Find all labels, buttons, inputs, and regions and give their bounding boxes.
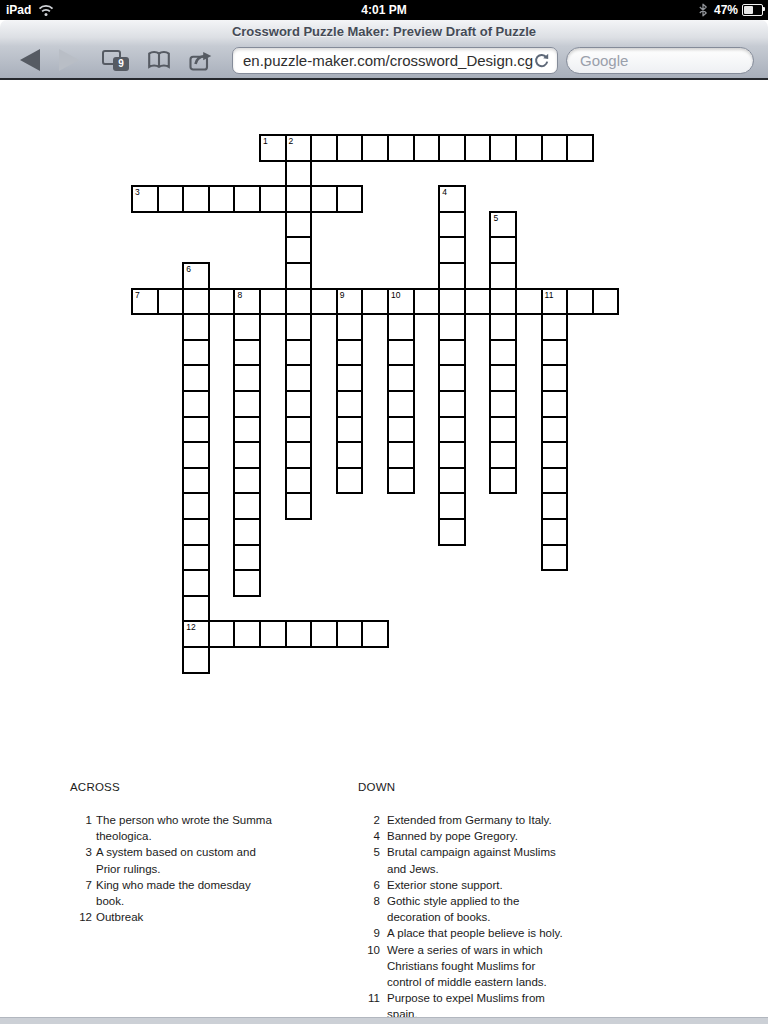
clue-line: and Jews. [387,861,556,877]
ipad-safari-screen: { "device": { "carrier": "iPad", "time":… [0,0,768,1024]
clue-line: Prior rulings. [96,861,256,877]
grid-cell [489,288,517,316]
search-bar[interactable] [566,47,754,74]
grid-cell [438,416,466,444]
grid-cell [233,390,261,418]
grid-cell [387,134,415,162]
clue-text: A place that people believe is holy. [387,925,563,941]
grid-cell [336,134,364,162]
web-page: 123456789101112 ACROSS 1The person who w… [0,80,768,1024]
grid-cell [438,236,466,264]
grid-cell [438,364,466,392]
grid-cell: 11 [541,288,569,316]
grid-cell [285,364,313,392]
clue-number: 1 [70,812,92,844]
grid-cell [208,288,236,316]
grid-cell [464,134,492,162]
clue-line: Purpose to expel Muslims from [387,990,545,1006]
grid-cell [285,185,313,213]
clue-line: A system based on custom and [96,844,256,860]
grid-cell [233,313,261,341]
grid-cell [361,288,389,316]
grid-cell [541,467,569,495]
clue-line: Brutal campaign against Muslims [387,844,556,860]
clue-text: The person who wrote the Summatheologica… [96,812,272,844]
grid-cell [438,313,466,341]
grid-cell [515,288,543,316]
tab-count-badge: 9 [113,57,129,71]
grid-cell [233,441,261,469]
grid-cell: 4 [438,185,466,213]
grid-cell [285,416,313,444]
clue-number: 7 [70,877,92,909]
clue-text: Outbreak [96,909,143,925]
clue-number: 12 [70,909,92,925]
clue-entry: 2Extended from Germany to Italy. [358,812,628,828]
grid-cell [361,620,389,648]
battery-fill [744,6,753,14]
clue-text: Brutal campaign against Muslimsand Jews. [387,844,556,876]
grid-cell [438,134,466,162]
grid-cell [285,467,313,495]
search-input[interactable] [580,52,740,69]
grid-cell [182,569,210,597]
grid-cell [541,518,569,546]
grid-cell [336,364,364,392]
grid-cell [387,339,415,367]
bookmarks-button[interactable] [146,50,172,70]
grid-cell [336,416,364,444]
grid-cell [182,492,210,520]
grid-cell [285,236,313,264]
clue-text: King who made the domesdaybook. [96,877,251,909]
clue-text: Were a series of wars in whichChristians… [387,942,547,991]
grid-cell [489,339,517,367]
battery-icon [742,4,763,16]
across-header: ACROSS [70,779,320,795]
grid-cell [387,364,415,392]
grid-cell [233,620,261,648]
forward-button[interactable] [59,49,79,71]
clue-line: King who made the domesday [96,877,251,893]
grid-cell: 7 [131,288,159,316]
back-button[interactable] [20,49,40,71]
grid-cell [541,441,569,469]
bluetooth-icon [698,3,708,17]
grid-cell [233,518,261,546]
grid-cell [336,313,364,341]
clue-line: theologica. [96,828,272,844]
clue-entry: 7King who made the domesdaybook. [70,877,320,909]
grid-cell [438,288,466,316]
clue-line: Banned by pope Gregory. [387,828,518,844]
grid-cell: 1 [259,134,287,162]
grid-cell [489,236,517,264]
grid-cell [285,160,313,188]
cell-number: 1 [263,137,268,146]
grid-cell [489,364,517,392]
reload-icon[interactable] [533,52,550,69]
grid-cell: 12 [182,620,210,648]
grid-cell [541,544,569,572]
clue-line: control of middle eastern lands. [387,974,547,990]
share-button[interactable] [189,50,215,71]
grid-cell [413,134,441,162]
grid-cell [259,185,287,213]
grid-cell [182,339,210,367]
grid-cell [515,134,543,162]
grid-cell [336,467,364,495]
grid-cell [489,262,517,290]
grid-cell [182,390,210,418]
carrier-label: iPad [6,3,31,17]
grid-cell [413,288,441,316]
grid-cell [285,441,313,469]
grid-cell [489,416,517,444]
grid-cell [336,390,364,418]
clue-entry: 12Outbreak [70,909,320,925]
grid-cell [182,646,210,674]
grid-cell [285,339,313,367]
clue-number: 9 [358,925,380,941]
clue-line: decoration of books. [387,909,519,925]
grid-cell [541,134,569,162]
down-list: 2Extended from Germany to Italy.4Banned … [358,812,628,1023]
grid-cell [566,134,594,162]
across-list: 1The person who wrote the Summatheologic… [70,812,320,925]
cell-number: 5 [493,214,498,223]
grid-cell [489,441,517,469]
clue-entry: 4Banned by pope Gregory. [358,828,628,844]
grid-cell [182,544,210,572]
down-header: DOWN [358,779,628,795]
grid-cell [285,390,313,418]
grid-cell [566,288,594,316]
cell-number: 8 [237,291,242,300]
grid-cell [208,620,236,648]
grid-cell [438,441,466,469]
grid-cell [182,595,210,623]
grid-cell [336,185,364,213]
clue-line: Outbreak [96,909,143,925]
address-bar[interactable] [232,47,558,74]
grid-cell [310,288,338,316]
page-bottom-strip [0,1017,768,1024]
grid-cell [182,467,210,495]
clue-text: Exterior stone support. [387,877,503,893]
grid-cell [157,288,185,316]
grid-cell [336,441,364,469]
cell-number: 2 [289,137,294,146]
grid-cell [182,185,210,213]
grid-cell [310,134,338,162]
grid-cell [233,467,261,495]
grid-cell [233,185,261,213]
grid-cell [387,467,415,495]
grid-cell [336,620,364,648]
grid-cell [259,620,287,648]
cell-number: 7 [135,291,140,300]
grid-cell [157,185,185,213]
grid-cell [285,262,313,290]
grid-cell [541,364,569,392]
grid-cell [438,467,466,495]
grid-cell [438,390,466,418]
clue-number: 8 [358,893,380,925]
grid-cell [387,313,415,341]
across-clues: ACROSS 1The person who wrote the Summath… [70,779,320,925]
cell-number: 11 [545,291,554,300]
url-input[interactable] [243,52,533,69]
cell-number: 4 [442,188,447,197]
browser-chrome: Crossword Puzzle Maker: Preview Draft of… [0,20,768,80]
grid-cell [182,288,210,316]
grid-cell [182,364,210,392]
grid-cell [489,390,517,418]
browser-toolbar: 9 [0,42,768,78]
grid-cell [285,492,313,520]
grid-cell [310,620,338,648]
grid-cell [489,467,517,495]
grid-cell [438,211,466,239]
grid-cell [208,185,236,213]
clue-line: A place that people believe is holy. [387,925,563,941]
clue-number: 10 [358,942,380,991]
grid-cell [438,518,466,546]
grid-cell [310,185,338,213]
grid-cell [387,441,415,469]
clue-number: 4 [358,828,380,844]
clue-entry: 3A system based on custom andPrior rulin… [70,844,320,876]
cell-number: 3 [135,188,140,197]
grid-cell: 2 [285,134,313,162]
grid-cell [541,416,569,444]
grid-cell: 9 [336,288,364,316]
grid-cell [233,492,261,520]
grid-cell: 8 [233,288,261,316]
grid-cell [233,339,261,367]
clue-line: book. [96,893,251,909]
grid-cell [182,313,210,341]
grid-cell [233,569,261,597]
clue-text: Banned by pope Gregory. [387,828,518,844]
cell-number: 6 [186,265,191,274]
clue-entry: 6Exterior stone support. [358,877,628,893]
grid-cell: 5 [489,211,517,239]
grid-cell [233,416,261,444]
clue-text: Gothic style applied to thedecoration of… [387,893,519,925]
grid-cell [361,134,389,162]
page-title: Crossword Puzzle Maker: Preview Draft of… [0,20,768,42]
clue-text: A system based on custom andPrior ruling… [96,844,256,876]
grid-cell [336,339,364,367]
battery-percent: 47% [714,3,738,17]
grid-cell [489,313,517,341]
grid-cell [541,313,569,341]
status-bar: iPad 4:01 PM 47% [0,0,768,20]
clue-number: 5 [358,844,380,876]
grid-cell [233,544,261,572]
grid-cell: 10 [387,288,415,316]
grid-cell [387,416,415,444]
clue-line: The person who wrote the Summa [96,812,272,828]
grid-cell [285,288,313,316]
grid-cell [438,339,466,367]
grid-cell: 3 [131,185,159,213]
cell-number: 10 [391,291,400,300]
grid-cell [387,390,415,418]
grid-cell [438,492,466,520]
clue-number: 3 [70,844,92,876]
grid-cell [285,620,313,648]
grid-cell [233,364,261,392]
clue-line: Gothic style applied to the [387,893,519,909]
grid-cell [259,288,287,316]
clue-entry: 10Were a series of wars in whichChristia… [358,942,628,991]
grid-cell [541,492,569,520]
grid-cell [592,288,620,316]
grid-cell [438,262,466,290]
clue-line: Christians fought Muslims for [387,958,547,974]
clue-entry: 1The person who wrote the Summatheologic… [70,812,320,844]
status-left: iPad [0,3,54,17]
grid-cell: 6 [182,262,210,290]
grid-cell [182,416,210,444]
grid-cell [285,313,313,341]
cell-number: 9 [340,291,345,300]
clue-line: Were a series of wars in which [387,942,547,958]
down-clues: DOWN 2Extended from Germany to Italy.4Ba… [358,779,628,1023]
clue-number: 2 [358,812,380,828]
clue-entry: 8Gothic style applied to thedecoration o… [358,893,628,925]
grid-cell [541,390,569,418]
grid-cell [464,288,492,316]
status-right: 47% [698,3,768,17]
grid-cell [489,134,517,162]
wifi-icon [38,4,54,16]
clue-line: Extended from Germany to Italy. [387,812,552,828]
clue-text: Extended from Germany to Italy. [387,812,552,828]
clue-line: Exterior stone support. [387,877,503,893]
grid-cell [182,518,210,546]
grid-cell [541,339,569,367]
clock: 4:01 PM [0,3,768,17]
cell-number: 12 [186,623,195,632]
clue-number: 6 [358,877,380,893]
grid-cell [182,441,210,469]
grid-cell [285,211,313,239]
tabs-button[interactable]: 9 [102,50,129,71]
clue-entry: 9A place that people believe is holy. [358,925,628,941]
clue-entry: 5Brutal campaign against Muslimsand Jews… [358,844,628,876]
